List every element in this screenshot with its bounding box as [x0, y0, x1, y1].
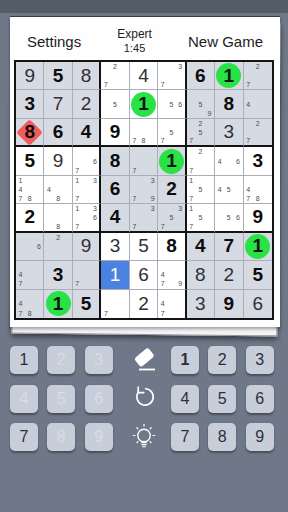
cell-value: 9: [73, 233, 99, 260]
pencil-mark: 7: [158, 279, 167, 288]
pencil-marks: 37: [130, 204, 157, 230]
cell-r7c9[interactable]: 1: [244, 233, 272, 261]
undo-button[interactable]: [129, 384, 159, 414]
pencil-mark: 5: [196, 213, 205, 222]
pencil-mark: 1: [16, 176, 25, 185]
pencil-mark: 3: [148, 204, 157, 213]
sudoku-grid: 9582743761273725156598486497857257327596…: [14, 60, 274, 320]
cell-r1c7[interactable]: 6: [187, 62, 215, 90]
top-bar: Settings Expert 1:45 New Game: [10, 24, 280, 58]
numpad-left-8[interactable]: 8: [47, 423, 75, 451]
cell-r5c1[interactable]: 1478: [16, 176, 44, 204]
pencil-marks: 7: [73, 261, 99, 288]
cell-value: 8: [101, 147, 128, 174]
numpad-left-5[interactable]: 5: [47, 385, 75, 413]
pencil-mark: 7: [158, 137, 167, 146]
cell-r2c5[interactable]: 1: [130, 90, 158, 118]
cell-value: 1: [244, 233, 272, 260]
cell-value: 8: [215, 90, 242, 117]
pencil-mark: 3: [91, 176, 100, 185]
cell-r1c4[interactable]: 27: [101, 62, 129, 90]
cell-value: 2: [158, 176, 184, 203]
pencil-mark: 7: [73, 194, 82, 203]
pencil-mark: 7: [244, 137, 253, 146]
cell-r5c4[interactable]: 6: [101, 176, 129, 204]
cell-r5c8[interactable]: 45: [215, 176, 243, 204]
cell-r3c3[interactable]: 4: [73, 119, 101, 147]
cell-value: 9: [244, 204, 272, 230]
cell-r4c2[interactable]: 9: [44, 147, 72, 175]
cell-r3c7[interactable]: 257: [187, 119, 215, 147]
cell-r2c6[interactable]: 56: [158, 90, 186, 118]
pencil-marks: 67: [73, 147, 99, 174]
pencil-marks: 1367: [73, 204, 99, 230]
cell-r7c6[interactable]: 8: [158, 233, 186, 261]
pencil-mark: 2: [54, 233, 63, 242]
cell-r9c8[interactable]: 9: [215, 290, 243, 318]
pencil-mark: 5: [196, 100, 205, 109]
pencil-mark: 7: [158, 309, 167, 318]
pencil-marks: 4: [244, 90, 272, 117]
cell-r5c7[interactable]: 157: [187, 176, 215, 204]
cell-value: 4: [101, 204, 128, 230]
cell-r1c9[interactable]: 27: [244, 62, 272, 90]
cell-value: 3: [44, 261, 71, 288]
pencil-marks: 6: [16, 233, 43, 260]
pencil-marks: 37: [158, 62, 184, 89]
numpad-right-2[interactable]: 2: [208, 346, 236, 374]
pencil-marks: 78: [130, 119, 157, 145]
pencil-marks: 2: [44, 233, 71, 260]
pencil-mark: 5: [196, 185, 205, 194]
pencil-mark: 4: [44, 185, 53, 194]
pencil-mark: 9: [176, 279, 185, 288]
cell-r5c9[interactable]: 478: [244, 176, 272, 204]
cell-r9c1[interactable]: 478: [16, 290, 44, 318]
pencil-mark: 6: [91, 156, 100, 165]
cell-r5c6[interactable]: 2: [158, 176, 186, 204]
cell-value: 8: [187, 261, 214, 288]
cell-r4c4[interactable]: 8: [101, 147, 129, 175]
cell-r4c7[interactable]: 27: [187, 147, 215, 175]
cell-value: 2: [16, 204, 43, 230]
cell-r8c2[interactable]: 3: [44, 261, 72, 289]
cell-value: 7: [215, 233, 242, 260]
pencil-mark: 7: [73, 279, 82, 288]
pencil-mark: 5: [167, 100, 176, 109]
pencil-marks: 157: [187, 204, 214, 230]
cell-value: 6: [130, 261, 157, 288]
pencil-mark: 2: [253, 62, 262, 71]
cell-r4c1[interactable]: 5: [16, 147, 44, 175]
pencil-mark: 4: [244, 100, 253, 109]
settings-button[interactable]: Settings: [27, 33, 81, 50]
cell-r3c1[interactable]: 8: [16, 119, 44, 147]
pencil-mark: 5: [224, 185, 233, 194]
pencil-mark: 9: [205, 109, 214, 118]
cell-value: 6: [101, 176, 128, 203]
cell-r5c2[interactable]: 48: [44, 176, 72, 204]
cell-r6c1[interactable]: 2: [16, 204, 44, 232]
cell-value: 1: [158, 147, 184, 174]
pencil-mark: 7: [244, 80, 253, 89]
cell-value: 6: [187, 62, 214, 89]
pencil-mark: 1: [73, 176, 82, 185]
cell-r8c5[interactable]: 6: [130, 261, 158, 289]
status-area-strip: [0, 0, 288, 13]
pencil-mark: 2: [253, 119, 262, 128]
pencil-marks: 27: [244, 119, 272, 145]
pencil-marks: 45: [215, 176, 242, 203]
cell-value: 3: [187, 290, 214, 318]
cell-r1c1[interactable]: 9: [16, 62, 44, 90]
cell-r7c8[interactable]: 7: [215, 233, 243, 261]
pencil-marks: 157: [187, 176, 214, 203]
timer: 1:45: [117, 42, 152, 55]
pencil-marks: 27: [187, 147, 214, 174]
pencil-mark: 1: [187, 204, 196, 213]
cell-value: 9: [44, 147, 71, 174]
undo-icon: [129, 384, 159, 414]
pencil-mark: 5: [224, 213, 233, 222]
cell-r1c8[interactable]: 1: [215, 62, 243, 90]
pencil-mark: 7: [16, 279, 25, 288]
pencil-marks: 379: [130, 176, 157, 203]
cell-value: 9: [215, 290, 242, 318]
numpad-right-8[interactable]: 8: [208, 423, 236, 451]
cell-r4c6[interactable]: 1: [158, 147, 186, 175]
pencil-mark: 4: [158, 270, 167, 279]
pencil-marks: 7: [130, 147, 157, 174]
cell-r9c3[interactable]: 5: [73, 290, 101, 318]
pencil-mark: 5: [110, 100, 119, 109]
cell-r7c5[interactable]: 5: [130, 233, 158, 261]
pencil-mark: 7: [158, 80, 167, 89]
cell-r6c5[interactable]: 37: [130, 204, 158, 232]
cell-r5c5[interactable]: 379: [130, 176, 158, 204]
pencil-marks: 57: [158, 119, 184, 145]
eraser-button[interactable]: [129, 346, 159, 376]
cell-value: 5: [244, 261, 272, 288]
cell-r3c2[interactable]: 6: [44, 119, 72, 147]
pencil-marks: 56: [215, 204, 242, 230]
difficulty-label: Expert: [117, 27, 152, 41]
pencil-mark: 3: [176, 204, 185, 213]
cell-r7c3[interactable]: 9: [73, 233, 101, 261]
cell-r7c1[interactable]: 6: [16, 233, 44, 261]
cell-value: 6: [244, 290, 272, 318]
cell-r3c8[interactable]: 3: [215, 119, 243, 147]
pencil-marks: 46: [215, 147, 242, 174]
cell-r3c5[interactable]: 78: [130, 119, 158, 147]
numpad-right-7[interactable]: 7: [171, 423, 199, 451]
numpad-left-7[interactable]: 7: [10, 423, 38, 451]
pencil-mark: 3: [176, 62, 185, 71]
cell-r4c5[interactable]: 7: [130, 147, 158, 175]
pencil-mark: 7: [130, 137, 139, 146]
cell-r1c3[interactable]: 8: [73, 62, 101, 90]
cell-r9c5[interactable]: 2: [130, 290, 158, 318]
cell-r7c7[interactable]: 4: [187, 233, 215, 261]
cell-r9c2[interactable]: 1: [44, 290, 72, 318]
cell-r6c2[interactable]: 8: [44, 204, 72, 232]
pencil-mark: 4: [16, 299, 25, 308]
cell-value: 5: [44, 62, 71, 89]
new-game-button[interactable]: New Game: [188, 33, 263, 50]
cell-r6c3[interactable]: 1367: [73, 204, 101, 232]
numpad-right-6[interactable]: 6: [246, 385, 274, 413]
numpad-right-5[interactable]: 5: [208, 385, 236, 413]
cell-value: 7: [44, 90, 71, 117]
cell-r8c7[interactable]: 8: [187, 261, 215, 289]
numpad-right-9[interactable]: 9: [246, 423, 274, 451]
pencil-mark: 2: [196, 119, 205, 128]
cell-r2c3[interactable]: 2: [73, 90, 101, 118]
cell-r9c4[interactable]: 7: [101, 290, 129, 318]
cell-r8c9[interactable]: 5: [244, 261, 272, 289]
cell-r6c9[interactable]: 9: [244, 204, 272, 232]
pencil-mark: 4: [215, 185, 224, 194]
cell-value: 5: [130, 233, 157, 260]
pencil-mark: 6: [176, 100, 185, 109]
pencil-mark: 7: [244, 194, 253, 203]
pencil-mark: 7: [130, 194, 139, 203]
pencil-mark: 7: [187, 194, 196, 203]
cell-value: 4: [73, 119, 99, 145]
pencil-mark: 4: [244, 185, 253, 194]
numpad-left-6[interactable]: 6: [85, 385, 113, 413]
pencil-mark: 5: [196, 128, 205, 137]
pencil-marks: 1478: [16, 176, 43, 203]
pencil-marks: 257: [187, 119, 214, 145]
cell-r2c7[interactable]: 59: [187, 90, 215, 118]
pencil-marks: 137: [73, 176, 99, 203]
pencil-mark: 7: [73, 222, 82, 231]
pencil-mark: 1: [73, 204, 82, 213]
cell-value: 3: [101, 233, 128, 260]
numpad-right-1[interactable]: 1: [171, 346, 199, 374]
cell-value: 1: [130, 90, 157, 117]
cell-r4c9[interactable]: 3: [244, 147, 272, 175]
game-status: Expert 1:45: [117, 27, 152, 55]
pencil-mark: 8: [54, 194, 63, 203]
cell-r2c1[interactable]: 3: [16, 90, 44, 118]
cell-r3c4[interactable]: 9: [101, 119, 129, 147]
cell-value: 4: [187, 233, 214, 260]
cell-value: 1: [44, 290, 71, 318]
pencil-marks: 357: [158, 204, 184, 230]
numpad-left-9[interactable]: 9: [85, 423, 113, 451]
pencil-mark: 7: [101, 80, 110, 89]
cell-r7c4[interactable]: 3: [101, 233, 129, 261]
cell-value: 4: [130, 62, 157, 89]
pencil-mark: 5: [167, 128, 176, 137]
pencil-mark: 7: [16, 194, 25, 203]
cell-r6c8[interactable]: 56: [215, 204, 243, 232]
cell-r4c8[interactable]: 46: [215, 147, 243, 175]
cell-r6c7[interactable]: 157: [187, 204, 215, 232]
cell-r8c8[interactable]: 2: [215, 261, 243, 289]
pencil-marks: 56: [158, 90, 184, 117]
cell-value: 2: [215, 261, 242, 288]
pencil-mark: 6: [233, 156, 242, 165]
pencil-mark: 1: [187, 176, 196, 185]
cell-value: 1: [215, 62, 242, 89]
pencil-marks: 478: [244, 176, 272, 203]
cell-r6c4[interactable]: 4: [101, 204, 129, 232]
pencil-mark: 5: [167, 213, 176, 222]
numpad-right-3[interactable]: 3: [246, 346, 274, 374]
cell-value: 9: [101, 119, 128, 145]
hint-button[interactable]: [129, 422, 159, 452]
pencil-marks: 48: [44, 176, 71, 203]
pencil-mark: 7: [187, 166, 196, 175]
cell-r2c4[interactable]: 5: [101, 90, 129, 118]
cell-r1c2[interactable]: 5: [44, 62, 72, 90]
pencil-mark: 6: [233, 213, 242, 222]
cell-r6c6[interactable]: 357: [158, 204, 186, 232]
cell-r1c6[interactable]: 37: [158, 62, 186, 90]
cell-r4c3[interactable]: 67: [73, 147, 101, 175]
cell-r9c7[interactable]: 3: [187, 290, 215, 318]
pencil-mark: 6: [34, 242, 43, 251]
cell-r8c6[interactable]: 479: [158, 261, 186, 289]
cell-r2c8[interactable]: 8: [215, 90, 243, 118]
cell-value: 3: [16, 90, 43, 117]
pencil-mark: 8: [54, 222, 63, 231]
cell-value: 8: [16, 119, 43, 145]
pencil-mark: 7: [158, 222, 167, 231]
cell-value: 8: [73, 62, 99, 89]
numpad-pencil: 123456789: [10, 346, 113, 451]
cell-r3c9[interactable]: 27: [244, 119, 272, 147]
cell-r5c3[interactable]: 137: [73, 176, 101, 204]
pencil-mark: 7: [130, 166, 139, 175]
numpad-left-4[interactable]: 4: [10, 385, 38, 413]
cell-r8c4[interactable]: 1: [101, 261, 129, 289]
cell-value: 9: [16, 62, 43, 89]
pencil-marks: 47: [158, 290, 184, 318]
pencil-mark: 4: [215, 156, 224, 165]
pencil-marks: 8: [44, 204, 71, 230]
pencil-mark: 7: [101, 309, 110, 318]
cell-value: 5: [16, 147, 43, 174]
pencil-mark: 3: [148, 176, 157, 185]
cell-value: 1: [101, 261, 128, 288]
pencil-mark: 4: [16, 185, 25, 194]
pencil-marks: 59: [187, 90, 214, 117]
cell-r3c6[interactable]: 57: [158, 119, 186, 147]
pencil-mark: 8: [25, 309, 34, 318]
cell-r9c6[interactable]: 47: [158, 290, 186, 318]
numpad-right-4[interactable]: 4: [171, 385, 199, 413]
cell-r8c1[interactable]: 47: [16, 261, 44, 289]
pencil-marks: 478: [16, 290, 43, 318]
cell-value: 6: [44, 119, 71, 145]
cell-value: 8: [158, 233, 184, 260]
pencil-mark: 9: [148, 194, 157, 203]
pencil-mark: 6: [91, 213, 100, 222]
pencil-mark: 7: [187, 137, 196, 146]
eraser-icon: [129, 346, 159, 376]
cell-r7c2[interactable]: 2: [44, 233, 72, 261]
pencil-marks: 47: [16, 261, 43, 288]
pencil-mark: 2: [196, 147, 205, 156]
pencil-marks: 7: [101, 290, 128, 318]
pencil-marks: 27: [101, 62, 128, 89]
numpad-left-2[interactable]: 2: [47, 346, 75, 374]
cell-r8c3[interactable]: 7: [73, 261, 101, 289]
pencil-mark: 2: [110, 62, 119, 71]
lightbulb-icon: [129, 422, 159, 452]
numpad-left-3[interactable]: 3: [85, 346, 113, 374]
cell-r2c2[interactable]: 7: [44, 90, 72, 118]
pencil-mark: 3: [91, 204, 100, 213]
puzzle-card: Settings Expert 1:45 New Game 9582743761…: [10, 16, 280, 327]
cell-value: 2: [130, 290, 157, 318]
pencil-mark: 8: [139, 137, 148, 146]
cell-r2c9[interactable]: 4: [244, 90, 272, 118]
numpad-entry: 123456789: [171, 346, 274, 451]
cell-value: 2: [73, 90, 99, 117]
tool-column: [129, 346, 159, 452]
pencil-mark: 7: [187, 222, 196, 231]
cell-value: 3: [215, 119, 242, 145]
pencil-mark: 8: [25, 194, 34, 203]
pencil-marks: 479: [158, 261, 184, 288]
pencil-marks: 27: [244, 62, 272, 89]
numpad-left-1[interactable]: 1: [10, 346, 38, 374]
pencil-mark: 8: [253, 194, 262, 203]
pencil-marks: 5: [101, 90, 128, 117]
pencil-mark: 7: [73, 166, 82, 175]
cell-value: 3: [244, 147, 272, 174]
cell-r1c5[interactable]: 4: [130, 62, 158, 90]
pencil-mark: 4: [158, 299, 167, 308]
pencil-mark: 7: [16, 309, 25, 318]
pencil-mark: 7: [130, 222, 139, 231]
pencil-mark: 4: [16, 270, 25, 279]
cell-value: 5: [73, 290, 99, 318]
cell-r9c9[interactable]: 6: [244, 290, 272, 318]
